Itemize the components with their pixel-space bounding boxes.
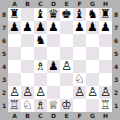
piece-black-pawn[interactable]: ♟ [100,21,111,34]
rank-label-left-4: 4 [0,60,8,73]
square-a7[interactable]: ♟ [8,21,21,34]
square-d3[interactable] [47,73,60,86]
square-h3[interactable] [99,73,112,86]
rank-label-left-1: 1 [0,99,8,112]
square-d1[interactable]: ♕ [47,99,60,112]
piece-white-pawn[interactable]: ♙ [35,86,46,99]
square-a1[interactable]: ♖ [8,99,21,112]
piece-white-rook[interactable]: ♖ [100,99,111,112]
board-corner-top-left [0,0,8,8]
square-e8[interactable]: ♚ [60,8,73,21]
square-g7[interactable]: ♟ [86,21,99,34]
square-a8[interactable]: ♜ [8,8,21,21]
file-label-bottom-a: A [8,112,21,120]
piece-white-pawn[interactable]: ♙ [74,86,85,99]
square-f5[interactable] [73,47,86,60]
chess-board: ABCDEFGH8♜♝♛♚♝♞♜87♟♟♟♟♟♟♟76♞6554♗♟♙43♘32… [0,0,120,120]
file-label-top-g: G [86,0,99,8]
piece-black-pawn[interactable]: ♟ [9,21,20,34]
square-h2[interactable]: ♙ [99,86,112,99]
square-f6[interactable] [73,34,86,47]
square-d4[interactable]: ♟ [47,60,60,73]
square-c3[interactable] [34,73,47,86]
square-f8[interactable]: ♝ [73,8,86,21]
square-e4[interactable]: ♙ [60,60,73,73]
square-c2[interactable]: ♙ [34,86,47,99]
square-h5[interactable] [99,47,112,60]
square-b1[interactable]: ♘ [21,99,34,112]
piece-black-knight[interactable]: ♞ [35,34,46,47]
piece-black-king[interactable]: ♚ [61,8,72,21]
square-h6[interactable] [99,34,112,47]
square-g8[interactable]: ♞ [86,8,99,21]
rank-label-right-3: 3 [112,73,120,86]
file-label-top-h: H [99,0,112,8]
square-e6[interactable] [60,34,73,47]
square-f7[interactable]: ♟ [73,21,86,34]
piece-white-pawn[interactable]: ♙ [22,86,33,99]
file-label-top-d: D [47,0,60,8]
square-a4[interactable] [8,60,21,73]
piece-black-pawn[interactable]: ♟ [74,21,85,34]
square-b4[interactable] [21,60,34,73]
square-g4[interactable] [86,60,99,73]
square-b2[interactable]: ♙ [21,86,34,99]
file-label-top-a: A [8,0,21,8]
square-c7[interactable]: ♟ [34,21,47,34]
rank-label-left-5: 5 [0,47,8,60]
square-a5[interactable] [8,47,21,60]
file-label-bottom-h: H [99,112,112,120]
piece-black-pawn[interactable]: ♟ [48,60,59,73]
square-b3[interactable] [21,73,34,86]
piece-white-knight[interactable]: ♘ [74,73,85,86]
square-d2[interactable] [47,86,60,99]
piece-white-king[interactable]: ♔ [61,99,72,112]
piece-white-bishop[interactable]: ♗ [35,99,46,112]
square-a2[interactable]: ♙ [8,86,21,99]
piece-white-pawn[interactable]: ♙ [9,86,20,99]
piece-black-pawn[interactable]: ♟ [22,21,33,34]
square-f2[interactable]: ♙ [73,86,86,99]
square-f4[interactable] [73,60,86,73]
square-h1[interactable]: ♖ [99,99,112,112]
square-g3[interactable] [86,73,99,86]
piece-black-bishop[interactable]: ♝ [35,8,46,21]
square-h4[interactable] [99,60,112,73]
file-label-top-f: F [73,0,86,8]
board-corner-top-right [112,0,120,8]
piece-black-rook[interactable]: ♜ [100,8,111,21]
board-corner-bottom-left [0,112,8,120]
square-b6[interactable] [21,34,34,47]
square-h8[interactable]: ♜ [99,8,112,21]
square-c4[interactable]: ♗ [34,60,47,73]
square-c1[interactable]: ♗ [34,99,47,112]
rank-label-right-4: 4 [112,60,120,73]
square-g1[interactable] [86,99,99,112]
piece-white-pawn[interactable]: ♙ [61,60,72,73]
piece-black-bishop[interactable]: ♝ [74,8,85,21]
square-h7[interactable]: ♟ [99,21,112,34]
square-f1[interactable] [73,99,86,112]
piece-white-bishop[interactable]: ♗ [35,60,46,73]
piece-black-pawn[interactable]: ♟ [35,21,46,34]
piece-black-pawn[interactable]: ♟ [87,21,98,34]
file-label-bottom-f: F [73,112,86,120]
rank-label-right-6: 6 [112,34,120,47]
rank-label-right-1: 1 [112,99,120,112]
file-label-bottom-g: G [86,112,99,120]
piece-white-pawn[interactable]: ♙ [100,86,111,99]
piece-black-rook[interactable]: ♜ [9,8,20,21]
square-b8[interactable] [21,8,34,21]
square-c8[interactable]: ♝ [34,8,47,21]
rank-label-left-7: 7 [0,21,8,34]
file-label-top-c: C [34,0,47,8]
square-a6[interactable] [8,34,21,47]
square-d7[interactable]: ♟ [47,21,60,34]
square-e7[interactable] [60,21,73,34]
piece-black-pawn[interactable]: ♟ [48,21,59,34]
square-d6[interactable] [47,34,60,47]
square-e2[interactable] [60,86,73,99]
square-e5[interactable] [60,47,73,60]
rank-label-left-3: 3 [0,73,8,86]
piece-white-pawn[interactable]: ♙ [87,86,98,99]
square-b5[interactable] [21,47,34,60]
file-label-bottom-b: B [21,112,34,120]
rank-label-left-2: 2 [0,86,8,99]
square-f3[interactable]: ♘ [73,73,86,86]
file-label-bottom-d: D [47,112,60,120]
rank-label-right-2: 2 [112,86,120,99]
file-label-bottom-c: C [34,112,47,120]
square-g6[interactable] [86,34,99,47]
piece-black-knight[interactable]: ♞ [87,8,98,21]
file-label-top-b: B [21,0,34,8]
square-d8[interactable]: ♛ [47,8,60,21]
square-d5[interactable] [47,47,60,60]
rank-label-left-6: 6 [0,34,8,47]
square-a3[interactable] [8,73,21,86]
rank-label-right-7: 7 [112,21,120,34]
square-g5[interactable] [86,47,99,60]
file-label-bottom-e: E [60,112,73,120]
piece-black-queen[interactable]: ♛ [48,8,59,21]
rank-label-right-5: 5 [112,47,120,60]
square-g2[interactable]: ♙ [86,86,99,99]
file-label-top-e: E [60,0,73,8]
square-c5[interactable] [34,47,47,60]
board-corner-bottom-right [112,112,120,120]
piece-white-queen[interactable]: ♕ [48,99,59,112]
piece-white-knight[interactable]: ♘ [22,99,33,112]
rank-label-left-8: 8 [0,8,8,21]
piece-white-rook[interactable]: ♖ [9,99,20,112]
square-e1[interactable]: ♔ [60,99,73,112]
square-c6[interactable]: ♞ [34,34,47,47]
square-b7[interactable]: ♟ [21,21,34,34]
rank-label-right-8: 8 [112,8,120,21]
square-e3[interactable] [60,73,73,86]
